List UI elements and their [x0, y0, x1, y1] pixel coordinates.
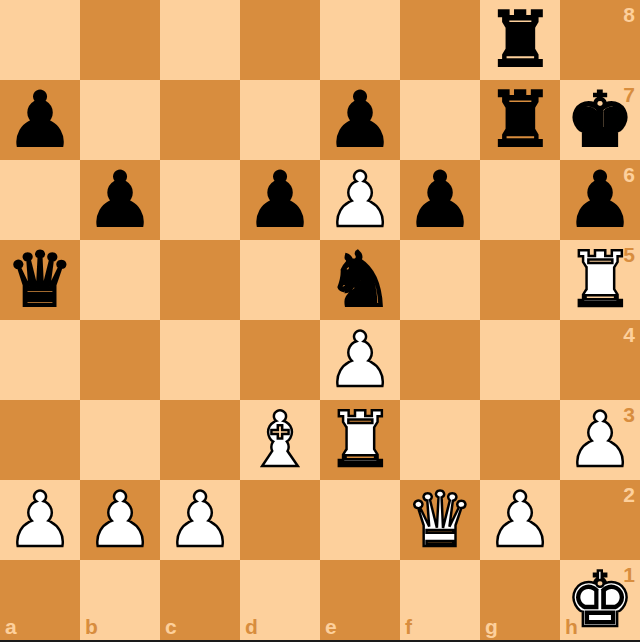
square-b4[interactable]: [80, 320, 160, 400]
square-c3[interactable]: [160, 400, 240, 480]
square-g4[interactable]: [480, 320, 560, 400]
square-f8[interactable]: [400, 0, 480, 80]
square-h1[interactable]: 1h♚: [560, 560, 640, 640]
square-f7[interactable]: [400, 80, 480, 160]
piece-white-pawn-c2[interactable]: ♟: [160, 480, 240, 560]
file-label-c: c: [165, 616, 177, 637]
rank-label-4: 4: [623, 324, 635, 345]
piece-white-pawn-e4[interactable]: ♟: [320, 320, 400, 400]
square-c2[interactable]: ♟: [160, 480, 240, 560]
square-d8[interactable]: [240, 0, 320, 80]
square-b7[interactable]: [80, 80, 160, 160]
square-f6[interactable]: ♟: [400, 160, 480, 240]
square-d1[interactable]: d: [240, 560, 320, 640]
square-e2[interactable]: [320, 480, 400, 560]
file-label-g: g: [485, 616, 498, 637]
square-b8[interactable]: [80, 0, 160, 80]
file-label-a: a: [5, 616, 17, 637]
square-a7[interactable]: ♟: [0, 80, 80, 160]
piece-black-queen-a5[interactable]: ♛: [0, 240, 80, 320]
square-f1[interactable]: f: [400, 560, 480, 640]
square-g2[interactable]: ♟: [480, 480, 560, 560]
square-c7[interactable]: [160, 80, 240, 160]
piece-white-pawn-e6[interactable]: ♟: [320, 160, 400, 240]
file-label-d: d: [245, 616, 258, 637]
square-f2[interactable]: ♛: [400, 480, 480, 560]
chess-board-container: ♜8♟♟♜7♚♟♟♟♟6♟♛♞5♜♟4♝♜3♟♟♟♟♛♟2abcdefg1h♚: [0, 0, 640, 642]
square-h2[interactable]: 2: [560, 480, 640, 560]
piece-white-pawn-b2[interactable]: ♟: [80, 480, 160, 560]
square-e3[interactable]: ♜: [320, 400, 400, 480]
square-d3[interactable]: ♝: [240, 400, 320, 480]
square-b5[interactable]: [80, 240, 160, 320]
square-a8[interactable]: [0, 0, 80, 80]
square-e5[interactable]: ♞: [320, 240, 400, 320]
square-d7[interactable]: [240, 80, 320, 160]
square-h4[interactable]: 4: [560, 320, 640, 400]
square-g3[interactable]: [480, 400, 560, 480]
piece-white-rook-h5[interactable]: ♜: [560, 240, 640, 320]
square-d6[interactable]: ♟: [240, 160, 320, 240]
piece-black-king-h7[interactable]: ♚: [560, 80, 640, 160]
piece-black-pawn-b6[interactable]: ♟: [80, 160, 160, 240]
square-h3[interactable]: 3♟: [560, 400, 640, 480]
square-e4[interactable]: ♟: [320, 320, 400, 400]
file-label-b: b: [85, 616, 98, 637]
piece-white-pawn-a2[interactable]: ♟: [0, 480, 80, 560]
square-e6[interactable]: ♟: [320, 160, 400, 240]
square-d4[interactable]: [240, 320, 320, 400]
square-f3[interactable]: [400, 400, 480, 480]
square-g7[interactable]: ♜: [480, 80, 560, 160]
square-f5[interactable]: [400, 240, 480, 320]
square-b1[interactable]: b: [80, 560, 160, 640]
square-g6[interactable]: [480, 160, 560, 240]
file-label-f: f: [405, 616, 412, 637]
square-c5[interactable]: [160, 240, 240, 320]
square-h5[interactable]: 5♜: [560, 240, 640, 320]
square-c1[interactable]: c: [160, 560, 240, 640]
piece-black-knight-e5[interactable]: ♞: [320, 240, 400, 320]
rank-label-2: 2: [623, 484, 635, 505]
square-a2[interactable]: ♟: [0, 480, 80, 560]
square-d5[interactable]: [240, 240, 320, 320]
piece-black-pawn-f6[interactable]: ♟: [400, 160, 480, 240]
square-f4[interactable]: [400, 320, 480, 400]
square-b3[interactable]: [80, 400, 160, 480]
square-d2[interactable]: [240, 480, 320, 560]
square-b6[interactable]: ♟: [80, 160, 160, 240]
piece-white-rook-e3[interactable]: ♜: [320, 400, 400, 480]
square-g8[interactable]: ♜: [480, 0, 560, 80]
square-e7[interactable]: ♟: [320, 80, 400, 160]
chess-board: ♜8♟♟♜7♚♟♟♟♟6♟♛♞5♜♟4♝♜3♟♟♟♟♛♟2abcdefg1h♚: [0, 0, 640, 640]
square-h6[interactable]: 6♟: [560, 160, 640, 240]
piece-white-pawn-h3[interactable]: ♟: [560, 400, 640, 480]
square-e1[interactable]: e: [320, 560, 400, 640]
square-a6[interactable]: [0, 160, 80, 240]
square-a1[interactable]: a: [0, 560, 80, 640]
piece-white-bishop-d3[interactable]: ♝: [240, 400, 320, 480]
square-a3[interactable]: [0, 400, 80, 480]
piece-white-queen-f2[interactable]: ♛: [400, 480, 480, 560]
square-a5[interactable]: ♛: [0, 240, 80, 320]
square-g5[interactable]: [480, 240, 560, 320]
piece-black-pawn-d6[interactable]: ♟: [240, 160, 320, 240]
piece-black-pawn-h6[interactable]: ♟: [560, 160, 640, 240]
piece-white-pawn-g2[interactable]: ♟: [480, 480, 560, 560]
piece-white-king-h1[interactable]: ♚: [560, 560, 640, 640]
piece-black-pawn-a7[interactable]: ♟: [0, 80, 80, 160]
square-c4[interactable]: [160, 320, 240, 400]
piece-black-rook-g8[interactable]: ♜: [480, 0, 560, 80]
rank-label-8: 8: [623, 4, 635, 25]
square-h8[interactable]: 8: [560, 0, 640, 80]
square-c8[interactable]: [160, 0, 240, 80]
square-a4[interactable]: [0, 320, 80, 400]
square-e8[interactable]: [320, 0, 400, 80]
square-c6[interactable]: [160, 160, 240, 240]
piece-black-pawn-e7[interactable]: ♟: [320, 80, 400, 160]
piece-black-rook-g7[interactable]: ♜: [480, 80, 560, 160]
square-g1[interactable]: g: [480, 560, 560, 640]
square-h7[interactable]: 7♚: [560, 80, 640, 160]
file-label-e: e: [325, 616, 337, 637]
square-b2[interactable]: ♟: [80, 480, 160, 560]
